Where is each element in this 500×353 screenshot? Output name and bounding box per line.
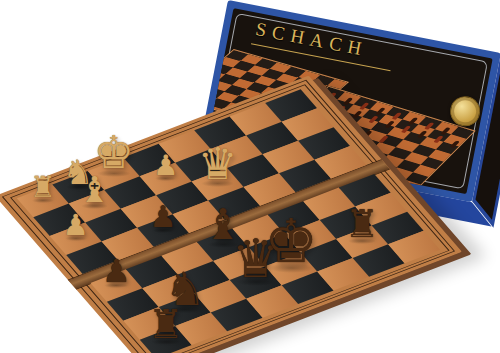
box-art-mini-piece	[362, 130, 372, 138]
product-photo-scene: SCHACH ♜♞♚♝♟♟♛♟♟♝♞♛♚♜♜	[0, 0, 500, 353]
box-art-mini-piece	[352, 111, 362, 119]
box-art-mini-piece	[359, 102, 369, 110]
box-art-mini-piece	[379, 135, 389, 143]
box-art-mini-piece	[433, 135, 443, 143]
box-art-mini-piece	[408, 117, 418, 125]
box-art-mini-piece	[450, 140, 460, 148]
box-art-mini-piece	[401, 126, 411, 134]
box-art-mini-piece	[375, 107, 385, 115]
box-art-mini-piece	[424, 122, 434, 130]
box-art-mini-piece	[368, 116, 378, 124]
box-art-mini-piece	[343, 97, 353, 105]
box-art-mini-piece	[440, 127, 450, 135]
box-art-mini-piece	[417, 131, 427, 139]
box-art-mini-piece	[392, 112, 402, 120]
box-art-mini-piece	[385, 121, 395, 129]
